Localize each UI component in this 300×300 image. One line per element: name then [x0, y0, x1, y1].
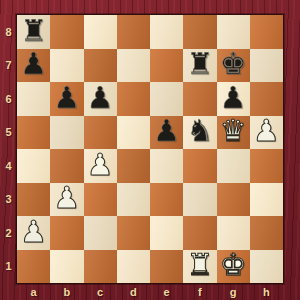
square-h8 [250, 15, 283, 49]
rank-label-1: 1 [0, 250, 17, 284]
piece-black-knight-f5: ♞ [186, 116, 213, 146]
chessboard: ♜♟♜♚♟♟♟♟♞♛♟♟♟♟♜♚ [17, 15, 283, 283]
square-f5: ♞ [183, 116, 216, 150]
rank-label-6: 6 [0, 82, 17, 116]
square-d4 [117, 149, 150, 183]
square-h1 [250, 250, 283, 284]
square-f6 [183, 82, 216, 116]
square-c1 [84, 250, 117, 284]
square-g3 [217, 183, 250, 217]
piece-black-pawn-a7: ♟ [20, 49, 47, 79]
square-a6 [17, 82, 50, 116]
rank-label-3: 3 [0, 183, 17, 217]
square-b8 [50, 15, 83, 49]
square-c3 [84, 183, 117, 217]
square-a5 [17, 116, 50, 150]
square-f4 [183, 149, 216, 183]
piece-white-pawn-h5: ♟ [253, 116, 280, 146]
square-e4 [150, 149, 183, 183]
square-g8 [217, 15, 250, 49]
square-b7 [50, 49, 83, 83]
piece-black-pawn-b6: ♟ [53, 83, 80, 113]
square-d3 [117, 183, 150, 217]
chess-diagram: ♜♟♜♚♟♟♟♟♞♛♟♟♟♟♜♚ 87654321 abcdefgh [0, 0, 300, 300]
square-c4: ♟ [84, 149, 117, 183]
square-e5: ♟ [150, 116, 183, 150]
square-a8: ♜ [17, 15, 50, 49]
square-g6: ♟ [217, 82, 250, 116]
file-label-h: h [250, 283, 283, 300]
piece-black-pawn-c6: ♟ [87, 83, 114, 113]
square-b1 [50, 250, 83, 284]
piece-white-king-g1: ♚ [220, 250, 247, 280]
square-d6 [117, 82, 150, 116]
rank-label-2: 2 [0, 216, 17, 250]
piece-black-rook-a8: ♜ [20, 16, 47, 46]
square-a2: ♟ [17, 216, 50, 250]
square-f8 [183, 15, 216, 49]
square-a7: ♟ [17, 49, 50, 83]
square-d5 [117, 116, 150, 150]
square-h2 [250, 216, 283, 250]
file-label-d: d [117, 283, 150, 300]
square-g7: ♚ [217, 49, 250, 83]
square-d7 [117, 49, 150, 83]
piece-black-pawn-g6: ♟ [220, 83, 247, 113]
file-label-c: c [84, 283, 117, 300]
square-b3: ♟ [50, 183, 83, 217]
square-c7 [84, 49, 117, 83]
file-label-a: a [17, 283, 50, 300]
square-f2 [183, 216, 216, 250]
square-e7 [150, 49, 183, 83]
square-b2 [50, 216, 83, 250]
square-e6 [150, 82, 183, 116]
square-c8 [84, 15, 117, 49]
piece-white-pawn-c4: ♟ [87, 150, 114, 180]
square-d1 [117, 250, 150, 284]
square-h5: ♟ [250, 116, 283, 150]
rank-label-8: 8 [0, 15, 17, 49]
square-g4 [217, 149, 250, 183]
square-b4 [50, 149, 83, 183]
square-d2 [117, 216, 150, 250]
square-e2 [150, 216, 183, 250]
piece-white-pawn-b3: ♟ [53, 183, 80, 213]
square-h3 [250, 183, 283, 217]
square-b5 [50, 116, 83, 150]
square-h6 [250, 82, 283, 116]
rank-label-7: 7 [0, 49, 17, 83]
rank-label-5: 5 [0, 116, 17, 150]
square-c5 [84, 116, 117, 150]
piece-white-queen-g5: ♛ [220, 116, 247, 146]
piece-black-king-g7: ♚ [220, 49, 247, 79]
square-c2 [84, 216, 117, 250]
piece-white-rook-f1: ♜ [186, 250, 213, 280]
square-b6: ♟ [50, 82, 83, 116]
piece-white-pawn-a2: ♟ [20, 217, 47, 247]
square-a3 [17, 183, 50, 217]
square-g2 [217, 216, 250, 250]
square-e8 [150, 15, 183, 49]
file-label-f: f [183, 283, 216, 300]
square-d8 [117, 15, 150, 49]
square-f7: ♜ [183, 49, 216, 83]
square-g5: ♛ [217, 116, 250, 150]
file-labels: abcdefgh [17, 283, 283, 300]
square-g1: ♚ [217, 250, 250, 284]
square-f3 [183, 183, 216, 217]
piece-black-rook-f7: ♜ [186, 49, 213, 79]
rank-labels: 87654321 [0, 15, 17, 283]
piece-black-pawn-e5: ♟ [153, 116, 180, 146]
file-label-e: e [150, 283, 183, 300]
square-a1 [17, 250, 50, 284]
file-label-b: b [50, 283, 83, 300]
square-h4 [250, 149, 283, 183]
file-label-g: g [217, 283, 250, 300]
square-f1: ♜ [183, 250, 216, 284]
rank-label-4: 4 [0, 149, 17, 183]
square-c6: ♟ [84, 82, 117, 116]
square-e1 [150, 250, 183, 284]
square-h7 [250, 49, 283, 83]
square-a4 [17, 149, 50, 183]
square-e3 [150, 183, 183, 217]
